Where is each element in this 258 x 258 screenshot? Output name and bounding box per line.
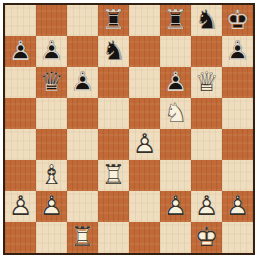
square-h7[interactable]: ♟♙	[222, 36, 253, 67]
piece-white-knight[interactable]: ♞♘	[160, 98, 191, 129]
square-a3[interactable]	[5, 160, 36, 191]
piece-glyph-line: ♘	[160, 98, 191, 129]
square-c2[interactable]	[67, 191, 98, 222]
piece-glyph-line: ♖	[67, 222, 98, 253]
square-d1[interactable]	[98, 222, 129, 253]
square-b7[interactable]: ♟♙	[36, 36, 67, 67]
square-b3[interactable]: ♝♗	[36, 160, 67, 191]
square-c7[interactable]	[67, 36, 98, 67]
piece-glyph-line: ♙	[160, 67, 191, 98]
square-f8[interactable]: ♜♖	[160, 5, 191, 36]
square-e2[interactable]	[129, 191, 160, 222]
piece-glyph-line: ♙	[36, 36, 67, 67]
square-e1[interactable]	[129, 222, 160, 253]
square-h1[interactable]	[222, 222, 253, 253]
square-c8[interactable]	[67, 5, 98, 36]
square-f1[interactable]	[160, 222, 191, 253]
square-b2[interactable]: ♟♙	[36, 191, 67, 222]
square-h2[interactable]: ♟♙	[222, 191, 253, 222]
piece-black-pawn[interactable]: ♟♙	[36, 36, 67, 67]
square-d8[interactable]: ♜♖	[98, 5, 129, 36]
square-g8[interactable]: ♞♘	[191, 5, 222, 36]
square-c6[interactable]: ♟♙	[67, 67, 98, 98]
square-h8[interactable]: ♚♔	[222, 5, 253, 36]
piece-glyph-line: ♖	[98, 160, 129, 191]
piece-black-knight[interactable]: ♞♘	[191, 5, 222, 36]
piece-glyph-line: ♙	[160, 191, 191, 222]
square-e4[interactable]: ♟♙	[129, 129, 160, 160]
piece-white-rook[interactable]: ♜♖	[98, 160, 129, 191]
piece-white-rook[interactable]: ♜♖	[67, 222, 98, 253]
square-f4[interactable]	[160, 129, 191, 160]
square-e7[interactable]	[129, 36, 160, 67]
piece-glyph-line: ♙	[191, 191, 222, 222]
square-e6[interactable]	[129, 67, 160, 98]
square-f6[interactable]: ♟♙	[160, 67, 191, 98]
square-a7[interactable]: ♟♙	[5, 36, 36, 67]
square-b1[interactable]	[36, 222, 67, 253]
piece-glyph-line: ♕	[191, 67, 222, 98]
square-d4[interactable]	[98, 129, 129, 160]
piece-black-pawn[interactable]: ♟♙	[160, 67, 191, 98]
square-c4[interactable]	[67, 129, 98, 160]
piece-glyph-line: ♙	[5, 36, 36, 67]
square-g1[interactable]: ♚♔	[191, 222, 222, 253]
square-a4[interactable]	[5, 129, 36, 160]
piece-glyph-line: ♙	[36, 191, 67, 222]
piece-white-pawn[interactable]: ♟♙	[5, 191, 36, 222]
square-b5[interactable]	[36, 98, 67, 129]
piece-white-pawn[interactable]: ♟♙	[129, 129, 160, 160]
piece-black-rook[interactable]: ♜♖	[98, 5, 129, 36]
piece-white-pawn[interactable]: ♟♙	[36, 191, 67, 222]
piece-white-pawn[interactable]: ♟♙	[160, 191, 191, 222]
square-h5[interactable]	[222, 98, 253, 129]
square-b8[interactable]	[36, 5, 67, 36]
square-b6[interactable]: ♛♕	[36, 67, 67, 98]
piece-glyph-line: ♔	[191, 222, 222, 253]
piece-black-pawn[interactable]: ♟♙	[67, 67, 98, 98]
piece-black-pawn[interactable]: ♟♙	[5, 36, 36, 67]
square-b4[interactable]	[36, 129, 67, 160]
square-d7[interactable]: ♞♘	[98, 36, 129, 67]
piece-white-pawn[interactable]: ♟♙	[222, 191, 253, 222]
square-d3[interactable]: ♜♖	[98, 160, 129, 191]
piece-glyph-line: ♙	[222, 191, 253, 222]
piece-white-king[interactable]: ♚♔	[191, 222, 222, 253]
piece-glyph-line: ♙	[129, 129, 160, 160]
square-d5[interactable]	[98, 98, 129, 129]
piece-white-bishop[interactable]: ♝♗	[36, 160, 67, 191]
square-g3[interactable]	[191, 160, 222, 191]
square-h4[interactable]	[222, 129, 253, 160]
square-c1[interactable]: ♜♖	[67, 222, 98, 253]
square-e5[interactable]	[129, 98, 160, 129]
piece-glyph-line: ♔	[222, 5, 253, 36]
piece-glyph-line: ♙	[67, 67, 98, 98]
square-c5[interactable]	[67, 98, 98, 129]
piece-glyph-line: ♙	[222, 36, 253, 67]
square-g5[interactable]	[191, 98, 222, 129]
square-g2[interactable]: ♟♙	[191, 191, 222, 222]
square-a8[interactable]	[5, 5, 36, 36]
square-g4[interactable]	[191, 129, 222, 160]
piece-black-knight[interactable]: ♞♘	[98, 36, 129, 67]
piece-white-queen[interactable]: ♛♕	[191, 67, 222, 98]
square-c3[interactable]	[67, 160, 98, 191]
square-e8[interactable]	[129, 5, 160, 36]
square-g7[interactable]	[191, 36, 222, 67]
square-a2[interactable]: ♟♙	[5, 191, 36, 222]
piece-glyph-line: ♕	[36, 67, 67, 98]
square-h3[interactable]	[222, 160, 253, 191]
square-a1[interactable]	[5, 222, 36, 253]
piece-black-queen[interactable]: ♛♕	[36, 67, 67, 98]
board-frame: ♜♖♜♖♞♘♚♔♟♙♟♙♞♘♟♙♛♕♟♙♟♙♛♕♞♘♟♙♝♗♜♖♟♙♟♙♟♙♟♙…	[3, 3, 255, 255]
chess-diagram: ♜♖♜♖♞♘♚♔♟♙♟♙♞♘♟♙♛♕♟♙♟♙♛♕♞♘♟♙♝♗♜♖♟♙♟♙♟♙♟♙…	[0, 0, 258, 258]
square-e3[interactable]	[129, 160, 160, 191]
square-h6[interactable]	[222, 67, 253, 98]
square-g6[interactable]: ♛♕	[191, 67, 222, 98]
piece-black-king[interactable]: ♚♔	[222, 5, 253, 36]
piece-black-rook[interactable]: ♜♖	[160, 5, 191, 36]
piece-white-pawn[interactable]: ♟♙	[191, 191, 222, 222]
square-f2[interactable]: ♟♙	[160, 191, 191, 222]
square-a5[interactable]	[5, 98, 36, 129]
piece-glyph-line: ♙	[5, 191, 36, 222]
piece-glyph-line: ♘	[191, 5, 222, 36]
piece-glyph-line: ♗	[36, 160, 67, 191]
square-d2[interactable]	[98, 191, 129, 222]
square-f3[interactable]	[160, 160, 191, 191]
piece-glyph-line: ♖	[160, 5, 191, 36]
chess-board[interactable]: ♜♖♜♖♞♘♚♔♟♙♟♙♞♘♟♙♛♕♟♙♟♙♛♕♞♘♟♙♝♗♜♖♟♙♟♙♟♙♟♙…	[5, 5, 253, 253]
square-d6[interactable]	[98, 67, 129, 98]
square-f7[interactable]	[160, 36, 191, 67]
piece-glyph-line: ♖	[98, 5, 129, 36]
square-a6[interactable]	[5, 67, 36, 98]
piece-glyph-line: ♘	[98, 36, 129, 67]
piece-black-pawn[interactable]: ♟♙	[222, 36, 253, 67]
square-f5[interactable]: ♞♘	[160, 98, 191, 129]
